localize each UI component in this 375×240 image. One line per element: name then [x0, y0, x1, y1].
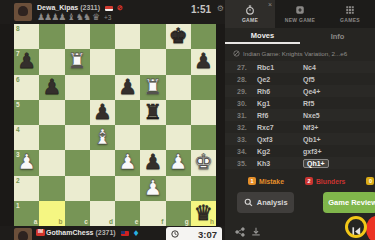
file-label-c: c — [84, 218, 88, 225]
board-square-h3[interactable]: ♚ — [191, 150, 216, 175]
black-rook-f5[interactable]: ♜ — [140, 100, 165, 125]
black-pawn-d5[interactable]: ♟ — [90, 100, 115, 125]
board-square-f4[interactable] — [140, 125, 165, 150]
move-row-32: 32.Rxc7Nf3+ — [225, 121, 375, 133]
board-square-b2[interactable] — [39, 176, 64, 201]
subtab-moves-label: Moves — [251, 31, 274, 40]
legend-label: Blunders — [316, 178, 345, 185]
move-row-29: 29.Rh6Qe4+ — [225, 85, 375, 97]
subtab-moves[interactable]: Moves — [225, 28, 300, 44]
black-pawn-e6[interactable]: ♟ — [115, 75, 140, 100]
board-square-b4[interactable] — [39, 125, 64, 150]
black-pawn-a7[interactable]: ♟ — [14, 49, 39, 74]
bottom-player-username: GothamChess — [46, 229, 93, 236]
game-review-button-label: Game Review — [328, 198, 375, 207]
legend-count-badge: 1 — [248, 177, 256, 185]
bottom-clock-time: 3:07 — [198, 229, 217, 240]
bottom-player-rating: (2371) — [95, 229, 115, 236]
top-player-bar: Dewa_Kipas (2311) ⊘ ♟♟♟♟ ♝ ♞♞ ♛ +3 1:51 … — [0, 0, 225, 24]
legend-item-blunders: 2Blunders — [305, 177, 345, 185]
move-row-34: 34.Kg2gxf3+ — [225, 145, 375, 157]
close-tab-icon[interactable]: × — [268, 1, 272, 8]
board-square-g4[interactable] — [166, 125, 191, 150]
move-number: 27. — [237, 64, 257, 71]
file-label-e: e — [135, 218, 139, 225]
jump-to-start-button[interactable] — [350, 224, 363, 240]
download-icon[interactable] — [251, 227, 261, 237]
black-pawn-b6[interactable]: ♟ — [39, 75, 64, 100]
file-label-g: g — [185, 218, 189, 225]
top-player-username: Dewa_Kipas — [37, 4, 78, 11]
move-number: 34. — [237, 148, 257, 155]
move-list: 27.Rbc1Nc428.Qe2Qf529.Rh6Qe4+30.Kg1Rf531… — [225, 61, 375, 169]
board-square-e6[interactable]: ♟ — [115, 75, 140, 100]
white-move[interactable]: Rbc1 — [257, 64, 303, 71]
white-bishop-d4[interactable]: ♝ — [90, 125, 115, 150]
blocked-user-icon: ⊘ — [117, 4, 123, 11]
captured-pieces-glyphs: ♟♟♟♟ ♝ ♞♞ ♛ — [37, 12, 99, 22]
board-square-e3[interactable]: ♟ — [115, 150, 140, 175]
board-square-a1[interactable]: 1a — [14, 201, 39, 226]
board-square-b6[interactable]: ♟ — [39, 75, 64, 100]
tab-game[interactable]: GAME × — [225, 0, 275, 28]
black-queen-h1[interactable]: ♛ — [191, 201, 216, 226]
board-square-e2[interactable] — [115, 176, 140, 201]
board-square-f8[interactable] — [140, 24, 165, 49]
moves-info-subtabs: Moves Info — [225, 28, 375, 44]
opening-book-icon — [233, 50, 240, 57]
white-rook-f6[interactable]: ♜ — [140, 75, 165, 100]
board-square-f6[interactable]: ♜ — [140, 75, 165, 100]
sidebar-tabs: GAME × NEW GAME GAMES — [225, 0, 375, 28]
sidebar-buttons: Analysis Game Review — [237, 192, 375, 213]
board-square-h5[interactable] — [191, 100, 216, 125]
opening-name-row[interactable]: Indian Game: Knights Variation, 2...e6 — [233, 50, 373, 57]
board-square-a7[interactable]: 7♟ — [14, 49, 39, 74]
game-review-button[interactable]: Game Review — [323, 192, 375, 213]
file-label-f: f — [161, 218, 163, 225]
black-move[interactable]: Nc4 — [303, 64, 316, 71]
white-move[interactable]: Kg2 — [257, 148, 303, 155]
black-move[interactable]: Nf3+ — [303, 124, 318, 131]
move-quality-legend: 1Mistake2Blunders0Missed Win — [248, 177, 375, 185]
legend-item-mistake: 1Mistake — [248, 177, 284, 185]
top-captured-pieces: ♟♟♟♟ ♝ ♞♞ ♛ +3 — [37, 12, 111, 22]
board-square-a3[interactable]: 3♟ — [14, 150, 39, 175]
board-square-e4[interactable] — [115, 125, 140, 150]
analysis-button[interactable]: Analysis — [237, 192, 294, 213]
board-square-e5[interactable] — [115, 100, 140, 125]
board-square-c5[interactable] — [65, 100, 90, 125]
board-square-d2[interactable] — [90, 176, 115, 201]
board-square-f3[interactable]: ♟ — [140, 150, 165, 175]
move-number: 28. — [237, 76, 257, 83]
board-square-g5[interactable] — [166, 100, 191, 125]
file-label-d: d — [109, 218, 113, 225]
board-square-b3[interactable] — [39, 150, 64, 175]
black-move[interactable]: Qf5 — [303, 76, 315, 83]
chess-board[interactable]: 8♚7♟♜♟6♟♟♜5♟♜4♝3♟♟♟♟♚2♟1abcdefgh♛ — [14, 24, 216, 226]
white-move[interactable]: Rh6 — [257, 88, 303, 95]
move-number: 30. — [237, 100, 257, 107]
board-square-d4[interactable]: ♝ — [90, 125, 115, 150]
move-number: 29. — [237, 88, 257, 95]
share-download-row — [235, 227, 261, 237]
white-pawn-f2[interactable]: ♟ — [140, 176, 165, 201]
white-pawn-g3[interactable]: ♟ — [166, 150, 191, 175]
black-move[interactable]: Qe4+ — [303, 88, 320, 95]
tab-new-game[interactable]: NEW GAME — [275, 0, 325, 28]
subtab-info-label: Info — [331, 32, 345, 41]
board-square-e8[interactable] — [115, 24, 140, 49]
black-move[interactable]: gxf3+ — [303, 148, 321, 155]
move-row-28: 28.Qe2Qf5 — [225, 73, 375, 85]
board-square-c1[interactable]: c — [65, 201, 90, 226]
board-square-g6[interactable] — [166, 75, 191, 100]
board-square-g2[interactable] — [166, 176, 191, 201]
file-label-b: b — [59, 218, 63, 225]
board-square-g7[interactable] — [166, 49, 191, 74]
board-square-c6[interactable] — [65, 75, 90, 100]
board-square-c3[interactable] — [65, 150, 90, 175]
rank-label-1: 1 — [16, 202, 20, 209]
subtab-info[interactable]: Info — [300, 28, 375, 44]
rank-label-5: 5 — [16, 101, 20, 108]
move-number: 31. — [237, 112, 257, 119]
move-row-31: 31.Rf6Nxe5 — [225, 109, 375, 121]
usa-flag-icon — [121, 231, 129, 236]
material-score: +3 — [104, 14, 111, 21]
im-title-badge: IM — [36, 229, 45, 236]
rank-label-2: 2 — [16, 177, 20, 184]
board-square-g8[interactable]: ♚ — [166, 24, 191, 49]
board-square-d8[interactable] — [90, 24, 115, 49]
white-pawn-a3[interactable]: ♟ — [14, 150, 39, 175]
plus-square-icon — [295, 5, 305, 15]
white-move[interactable]: Kg1 — [257, 100, 303, 107]
bottom-player-avatar[interactable] — [14, 228, 32, 240]
board-square-f1[interactable]: f — [140, 201, 165, 226]
move-row-27: 27.Rbc1Nc4 — [225, 61, 375, 73]
move-number: 33. — [237, 136, 257, 143]
legend-count-badge: 0 — [366, 177, 374, 185]
move-row-35: 35.Kh3Qh1+ — [225, 157, 375, 169]
white-rook-c7[interactable]: ♜ — [65, 49, 90, 74]
black-pawn-f3[interactable]: ♟ — [140, 150, 165, 175]
white-move[interactable]: Rf6 — [257, 112, 303, 119]
board-square-f5[interactable]: ♜ — [140, 100, 165, 125]
board-square-b7[interactable] — [39, 49, 64, 74]
white-move[interactable]: Rxc7 — [257, 124, 303, 131]
board-square-b8[interactable] — [39, 24, 64, 49]
black-move-current[interactable]: Qh1+ — [303, 159, 329, 168]
board-square-f2[interactable]: ♟ — [140, 176, 165, 201]
settings-gear-icon[interactable]: ⚙ — [217, 4, 224, 13]
board-square-d3[interactable] — [90, 150, 115, 175]
tab-games-label: GAMES — [340, 17, 360, 23]
white-move[interactable]: Qe2 — [257, 76, 303, 83]
white-pawn-e3[interactable]: ♟ — [115, 150, 140, 175]
skip-to-start-icon — [350, 225, 363, 238]
black-king-g8[interactable]: ♚ — [166, 24, 191, 49]
board-square-b1[interactable]: b — [39, 201, 64, 226]
white-move[interactable]: Qxf3 — [257, 136, 303, 143]
board-square-g1[interactable]: g — [166, 201, 191, 226]
board-square-a5[interactable]: 5 — [14, 100, 39, 125]
diamond-membership-icon: ♦ — [133, 229, 140, 238]
stopwatch-icon — [245, 5, 255, 15]
board-square-a2[interactable]: 2 — [14, 176, 39, 201]
analysis-button-label: Analysis — [257, 198, 288, 207]
move-number: 35. — [237, 160, 257, 167]
legend-item-missed-win: 0Missed Win — [366, 177, 375, 185]
share-icon[interactable] — [235, 227, 245, 237]
clock-icon — [171, 230, 179, 238]
chess-app-window: Dewa_Kipas (2311) ⊘ ♟♟♟♟ ♝ ♞♞ ♛ +3 1:51 … — [0, 0, 375, 240]
top-player-name[interactable]: Dewa_Kipas (2311) ⊘ — [37, 4, 123, 12]
black-move[interactable]: Qb1+ — [303, 136, 321, 143]
magnifier-icon — [244, 198, 253, 207]
rank-label-4: 4 — [16, 126, 20, 133]
move-row-30: 30.Kg1Rf5 — [225, 97, 375, 109]
board-square-d1[interactable]: d — [90, 201, 115, 226]
file-label-a: a — [34, 218, 38, 225]
indonesia-flag-icon — [105, 6, 113, 11]
board-square-h4[interactable] — [191, 125, 216, 150]
move-row-33: 33.Qxf3Qb1+ — [225, 133, 375, 145]
top-player-avatar[interactable] — [14, 3, 32, 21]
tab-new-game-label: NEW GAME — [285, 17, 315, 23]
board-square-a4[interactable]: 4 — [14, 125, 39, 150]
board-square-a8[interactable]: 8 — [14, 24, 39, 49]
board-square-c8[interactable] — [65, 24, 90, 49]
sidebar-panel: GAME × NEW GAME GAMES — [225, 0, 375, 240]
board-square-d6[interactable] — [90, 75, 115, 100]
black-move[interactable]: Rf5 — [303, 100, 314, 107]
board-square-d7[interactable] — [90, 49, 115, 74]
board-square-d5[interactable]: ♟ — [90, 100, 115, 125]
board-square-h6[interactable] — [191, 75, 216, 100]
legend-count-badge: 2 — [305, 177, 313, 185]
tab-games[interactable]: GAMES — [325, 0, 375, 28]
board-square-c2[interactable] — [65, 176, 90, 201]
board-square-f7[interactable] — [140, 49, 165, 74]
board-square-e1[interactable]: e — [115, 201, 140, 226]
board-square-h2[interactable] — [191, 176, 216, 201]
black-pawn-h7[interactable]: ♟ — [191, 49, 216, 74]
bottom-player-name[interactable]: GothamChess (2371) ♦ — [46, 229, 140, 238]
board-square-g3[interactable]: ♟ — [166, 150, 191, 175]
move-number: 32. — [237, 124, 257, 131]
bottom-player-clock: 3:07 — [166, 227, 222, 240]
board-square-e7[interactable] — [115, 49, 140, 74]
top-player-clock: 1:51 — [191, 4, 211, 15]
board-square-c7[interactable]: ♜ — [65, 49, 90, 74]
rank-label-8: 8 — [16, 25, 20, 32]
black-move[interactable]: Nxe5 — [303, 112, 320, 119]
top-player-rating: (2311) — [80, 4, 100, 11]
tab-game-label: GAME — [242, 17, 258, 23]
grid-icon — [345, 5, 355, 15]
rank-label-6: 6 — [16, 76, 20, 83]
board-square-a6[interactable]: 6 — [14, 75, 39, 100]
board-square-h8[interactable] — [191, 24, 216, 49]
board-square-c4[interactable] — [65, 125, 90, 150]
board-square-h7[interactable]: ♟ — [191, 49, 216, 74]
board-square-b5[interactable] — [39, 100, 64, 125]
key-icon — [323, 198, 324, 207]
opening-name: Indian Game: Knights Variation, 2...e6 — [243, 50, 347, 57]
white-king-h3[interactable]: ♚ — [191, 150, 216, 175]
board-square-h1[interactable]: h♛ — [191, 201, 216, 226]
legend-label: Mistake — [259, 178, 284, 185]
white-move[interactable]: Kh3 — [257, 160, 303, 167]
